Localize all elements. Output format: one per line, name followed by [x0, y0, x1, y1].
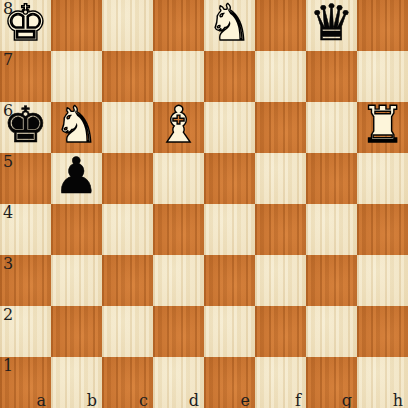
square-b1[interactable]: b	[51, 357, 102, 408]
file-label-g: g	[342, 392, 352, 408]
square-a1[interactable]: 1a	[0, 357, 51, 408]
rank-label-2: 2	[3, 306, 13, 324]
black-queen[interactable]: ♛	[309, 0, 354, 49]
file-label-a: a	[36, 392, 46, 408]
square-f1[interactable]: f	[255, 357, 306, 408]
square-a6[interactable]: 6♚	[0, 102, 51, 153]
white-bishop[interactable]: ♝	[156, 100, 201, 151]
square-f3[interactable]	[255, 255, 306, 306]
square-g6[interactable]	[306, 102, 357, 153]
square-d3[interactable]	[153, 255, 204, 306]
square-b6[interactable]: ♞	[51, 102, 102, 153]
white-rook[interactable]: ♜	[360, 100, 405, 151]
square-c8[interactable]	[102, 0, 153, 51]
square-e1[interactable]: e	[204, 357, 255, 408]
square-c5[interactable]	[102, 153, 153, 204]
rank-label-1: 1	[3, 357, 13, 375]
rank-label-6: 6	[3, 102, 13, 120]
chess-board: 8♚♞♛76♚♞♝♜5♟4321abcdefgh	[0, 0, 408, 408]
square-h5[interactable]	[357, 153, 408, 204]
square-e8[interactable]: ♞	[204, 0, 255, 51]
square-g8[interactable]: ♛	[306, 0, 357, 51]
square-h3[interactable]	[357, 255, 408, 306]
rank-label-5: 5	[3, 153, 13, 171]
file-label-h: h	[393, 392, 403, 408]
square-h6[interactable]: ♜	[357, 102, 408, 153]
square-h2[interactable]	[357, 306, 408, 357]
square-b3[interactable]	[51, 255, 102, 306]
square-f2[interactable]	[255, 306, 306, 357]
square-h1[interactable]: h	[357, 357, 408, 408]
file-label-b: b	[87, 392, 97, 408]
square-f6[interactable]	[255, 102, 306, 153]
square-d8[interactable]	[153, 0, 204, 51]
square-c6[interactable]	[102, 102, 153, 153]
file-label-d: d	[189, 392, 199, 408]
square-e4[interactable]	[204, 204, 255, 255]
square-g1[interactable]: g	[306, 357, 357, 408]
square-c4[interactable]	[102, 204, 153, 255]
square-h8[interactable]	[357, 0, 408, 51]
square-b2[interactable]	[51, 306, 102, 357]
square-h7[interactable]	[357, 51, 408, 102]
square-g3[interactable]	[306, 255, 357, 306]
square-d1[interactable]: d	[153, 357, 204, 408]
square-e2[interactable]	[204, 306, 255, 357]
square-d6[interactable]: ♝	[153, 102, 204, 153]
square-a7[interactable]: 7	[0, 51, 51, 102]
square-d7[interactable]	[153, 51, 204, 102]
square-f7[interactable]	[255, 51, 306, 102]
square-f5[interactable]	[255, 153, 306, 204]
square-c3[interactable]	[102, 255, 153, 306]
square-a2[interactable]: 2	[0, 306, 51, 357]
square-f8[interactable]	[255, 0, 306, 51]
square-b4[interactable]	[51, 204, 102, 255]
rank-label-4: 4	[3, 204, 13, 222]
rank-label-8: 8	[3, 0, 13, 18]
square-g7[interactable]	[306, 51, 357, 102]
square-a5[interactable]: 5	[0, 153, 51, 204]
white-knight[interactable]: ♞	[207, 0, 252, 49]
square-h4[interactable]	[357, 204, 408, 255]
square-b7[interactable]	[51, 51, 102, 102]
square-g5[interactable]	[306, 153, 357, 204]
square-e7[interactable]	[204, 51, 255, 102]
square-a3[interactable]: 3	[0, 255, 51, 306]
square-e3[interactable]	[204, 255, 255, 306]
square-c7[interactable]	[102, 51, 153, 102]
file-label-f: f	[295, 392, 301, 408]
square-f4[interactable]	[255, 204, 306, 255]
square-c2[interactable]	[102, 306, 153, 357]
square-d2[interactable]	[153, 306, 204, 357]
square-b5[interactable]: ♟	[51, 153, 102, 204]
white-knight[interactable]: ♞	[54, 100, 99, 151]
rank-label-7: 7	[3, 51, 13, 69]
square-b8[interactable]	[51, 0, 102, 51]
square-d4[interactable]	[153, 204, 204, 255]
square-a4[interactable]: 4	[0, 204, 51, 255]
square-a8[interactable]: 8♚	[0, 0, 51, 51]
square-e6[interactable]	[204, 102, 255, 153]
file-label-c: c	[139, 392, 148, 408]
square-e5[interactable]	[204, 153, 255, 204]
square-g2[interactable]	[306, 306, 357, 357]
black-pawn[interactable]: ♟	[54, 151, 99, 202]
file-label-e: e	[241, 392, 250, 408]
square-g4[interactable]	[306, 204, 357, 255]
square-c1[interactable]: c	[102, 357, 153, 408]
rank-label-3: 3	[3, 255, 13, 273]
square-d5[interactable]	[153, 153, 204, 204]
